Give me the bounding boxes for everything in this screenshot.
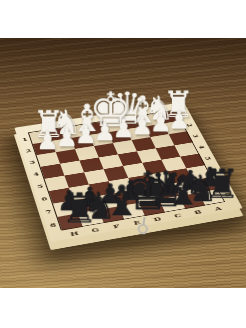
- product-photo[interactable]: 1♜♞♝♚♛♝♞♜12♟♟♟♟♟♟♟♟2334455667♟♟♟♟♟♟♟♟78♜…: [0, 38, 246, 288]
- board-frame-far: [172, 102, 187, 110]
- rank-label-right-3: 3: [185, 130, 207, 140]
- square-c3: [132, 137, 156, 151]
- square-d4: [118, 151, 142, 166]
- board-frame-corner: [225, 199, 242, 210]
- square-b8: ♞: [179, 192, 205, 208]
- square-a5: [180, 153, 205, 168]
- rank-label-right-4: 4: [191, 141, 214, 151]
- square-g4: [60, 160, 84, 175]
- product-photo-card: 1♜♞♝♚♛♝♞♜12♟♟♟♟♟♟♟♟2334455667♟♟♟♟♟♟♟♟78♜…: [0, 0, 246, 328]
- scene: 1♜♞♝♚♛♝♞♜12♟♟♟♟♟♟♟♟2334455667♟♟♟♟♟♟♟♟78♜…: [0, 38, 246, 288]
- square-h3: [37, 152, 61, 167]
- square-c7: ♟: [153, 183, 179, 199]
- bottom-margin: [0, 288, 246, 328]
- rank-label-right-6: 6: [203, 164, 226, 175]
- rank-label-right-5: 5: [197, 153, 220, 164]
- top-margin: [0, 0, 246, 38]
- chess-board-grid: 1♜♞♝♚♛♝♞♜12♟♟♟♟♟♟♟♟2334455667♟♟♟♟♟♟♟♟78♜…: [14, 102, 242, 242]
- rank-label-right-7: 7: [210, 176, 234, 187]
- rank-label-right-1: 1: [174, 109, 196, 118]
- rank-label-right-8: 8: [216, 188, 240, 200]
- rank-label-right-2: 2: [179, 120, 201, 130]
